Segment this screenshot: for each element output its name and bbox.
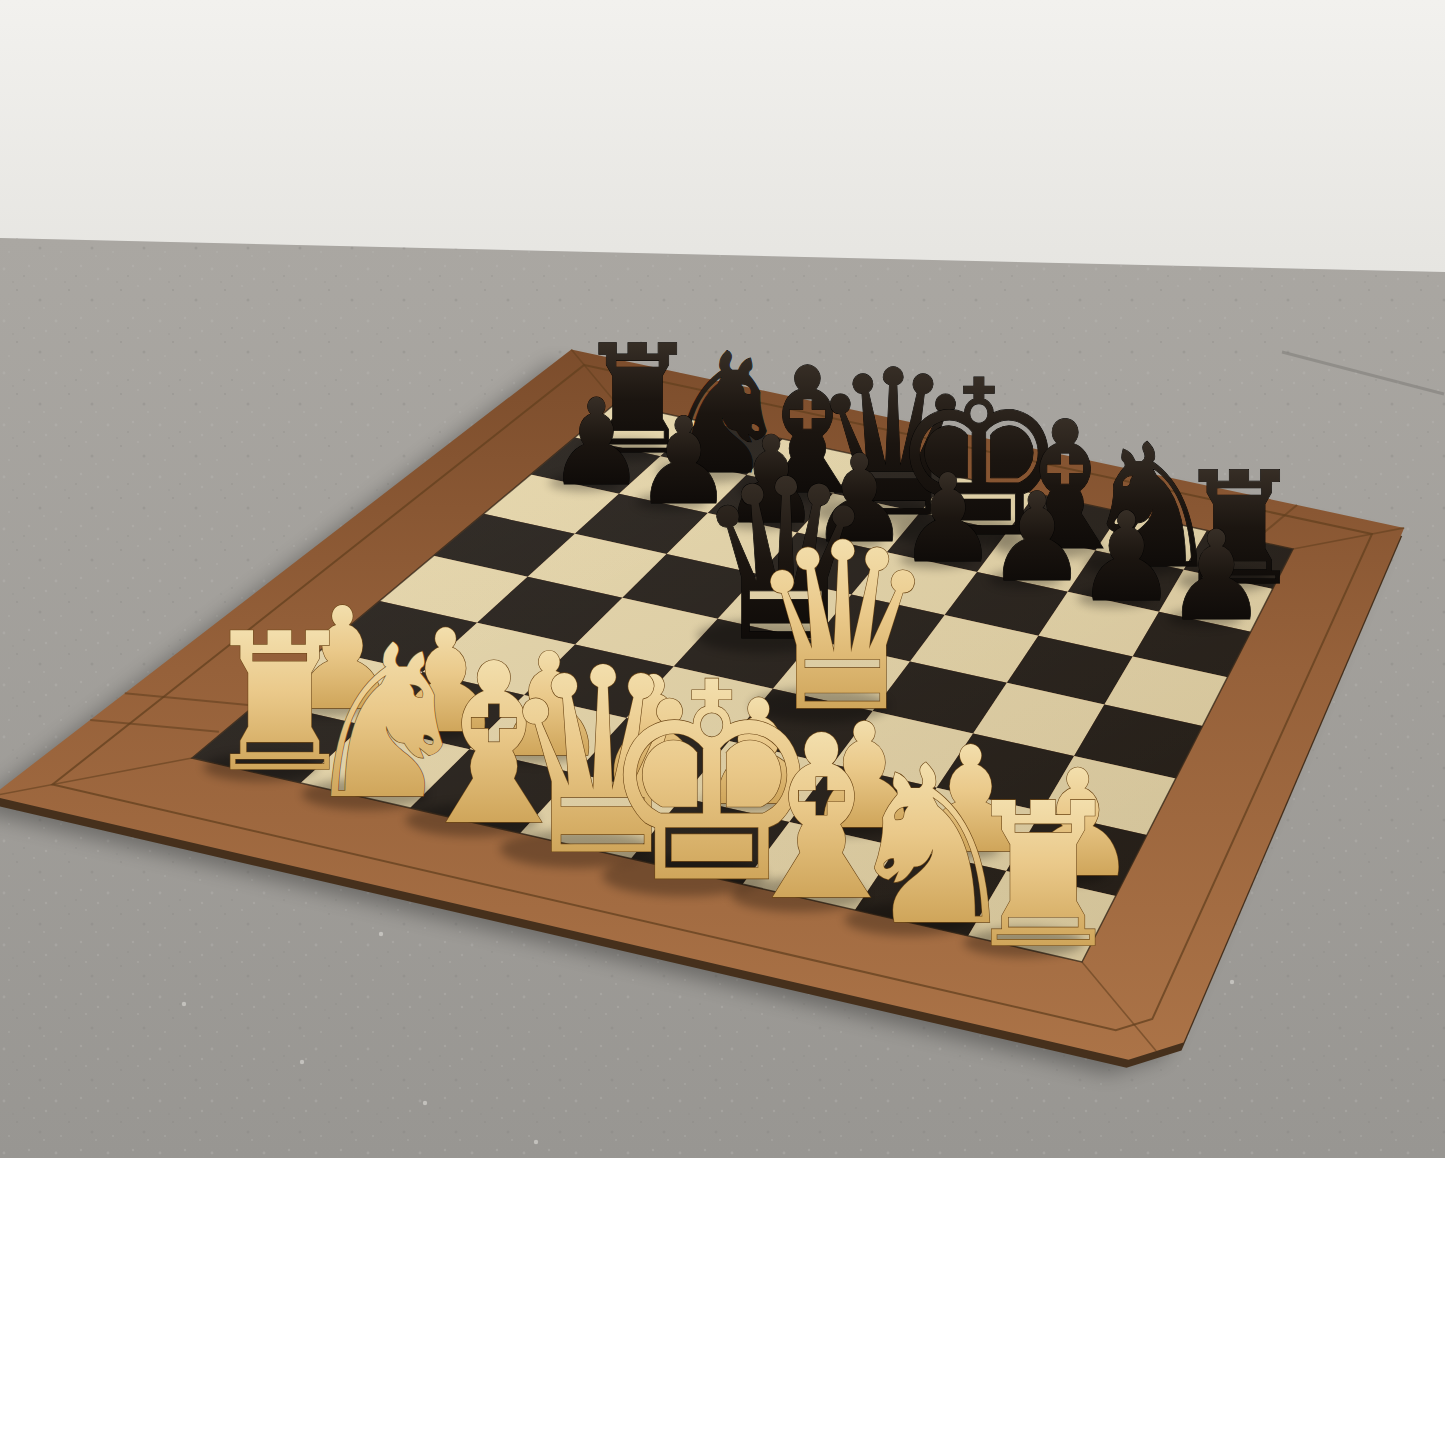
piece-black-pawn-g7[interactable]: ♟ <box>1076 485 1178 629</box>
piece-black-pawn-h7[interactable]: ♟ <box>1166 505 1268 649</box>
product-photo-scene: ♜♞♟♝♟♛♟♚♟♝♟♞♟♜♟♟♛♛♟♟♟♜♟♞♟♝♟♟♛♟♚♝♞♜ <box>0 0 1445 1445</box>
floor-dust-speck <box>534 1140 538 1144</box>
piece-white-rook-h1[interactable]: ♜ <box>961 759 1125 991</box>
floor-dust-speck <box>1230 980 1234 984</box>
floor-dust-speck <box>182 1002 186 1006</box>
floor-dust-speck <box>423 1101 427 1105</box>
chessboard-photo: ♜♞♟♝♟♛♟♚♟♝♟♞♟♜♟♟♛♛♟♟♟♜♟♞♟♝♟♟♛♟♚♝♞♜ <box>0 0 1445 1445</box>
piece-black-pawn-a7[interactable]: ♟ <box>547 373 645 511</box>
floor-dust-speck <box>300 1060 304 1064</box>
bottom-letterbox <box>0 1158 1445 1445</box>
background-wall <box>0 0 1445 272</box>
piece-black-pawn-f7[interactable]: ♟ <box>987 467 1088 610</box>
floor-dust-speck <box>379 932 383 936</box>
